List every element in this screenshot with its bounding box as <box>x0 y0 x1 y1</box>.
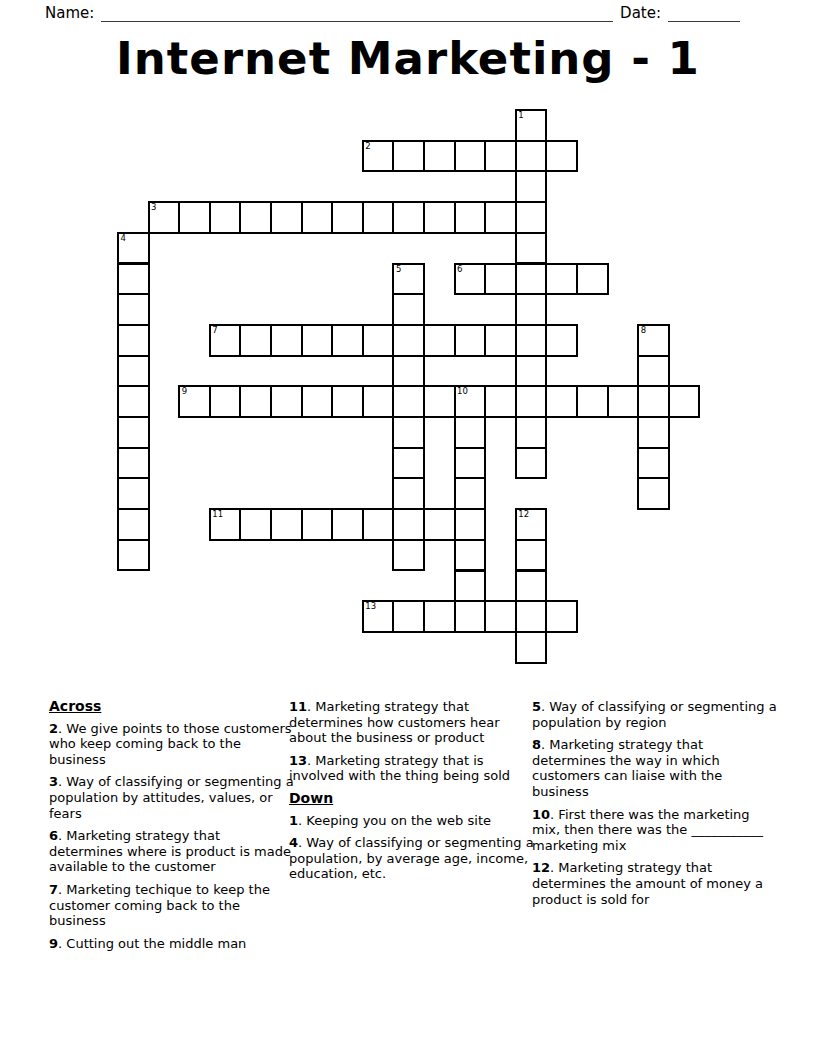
grid-cell-r9c7[interactable] <box>331 385 364 418</box>
clue-item-6: 6. Marketing strategy that determines wh… <box>49 828 295 875</box>
grid-cell-r10c13[interactable] <box>515 416 548 449</box>
clue-column: Across2. We give points to those custome… <box>49 699 295 958</box>
grid-cell-r10c11[interactable] <box>454 416 487 449</box>
grid-cell-r1c11[interactable] <box>454 140 487 173</box>
grid-cell-r3c6[interactable] <box>301 201 334 234</box>
grid-cell-r7c8[interactable] <box>362 324 395 357</box>
clue-item-11: 11. Marketing strategy that determines h… <box>289 699 535 746</box>
grid-cell-r7c4[interactable] <box>239 324 272 357</box>
grid-cell-r8c9[interactable] <box>392 355 425 388</box>
clue-item-7: 7. Marketing techique to keep the custom… <box>49 882 295 929</box>
grid-cell-r9c9[interactable] <box>392 385 425 418</box>
grid-cell-r13c3[interactable]: 11 <box>209 508 242 541</box>
grid-cell-r13c4[interactable] <box>239 508 272 541</box>
grid-cell-r6c0[interactable] <box>117 293 150 326</box>
grid-cell-r3c2[interactable] <box>178 201 211 234</box>
grid-cell-r6c9[interactable] <box>392 293 425 326</box>
clue-number-11: 11 <box>212 509 223 519</box>
grid-cell-r5c14[interactable] <box>545 263 578 296</box>
grid-cell-r16c14[interactable] <box>545 600 578 633</box>
grid-cell-r3c12[interactable] <box>484 201 517 234</box>
grid-cell-r3c4[interactable] <box>239 201 272 234</box>
grid-cell-r0c13[interactable]: 1 <box>515 109 548 142</box>
grid-cell-r12c17[interactable] <box>637 477 670 510</box>
grid-cell-r17c13[interactable] <box>515 631 548 664</box>
grid-cell-r13c6[interactable] <box>301 508 334 541</box>
grid-cell-r13c8[interactable] <box>362 508 395 541</box>
clue-number-8: 8 <box>641 325 646 335</box>
grid-cell-r16c9[interactable] <box>392 600 425 633</box>
grid-cell-r7c12[interactable] <box>484 324 517 357</box>
grid-cell-r11c13[interactable] <box>515 447 548 480</box>
grid-cell-r8c13[interactable] <box>515 355 548 388</box>
clue-column: 11. Marketing strategy that determines h… <box>289 699 535 889</box>
grid-cell-r9c3[interactable] <box>209 385 242 418</box>
grid-cell-r9c0[interactable] <box>117 385 150 418</box>
clue-number-2: 2 <box>365 141 370 151</box>
grid-cell-r15c13[interactable] <box>515 570 548 603</box>
grid-cell-r5c11[interactable]: 6 <box>454 263 487 296</box>
grid-cell-r9c2[interactable]: 9 <box>178 385 211 418</box>
grid-cell-r7c10[interactable] <box>423 324 456 357</box>
grid-cell-r12c11[interactable] <box>454 477 487 510</box>
grid-cell-r5c13[interactable] <box>515 263 548 296</box>
crossword-grid: 12345678910111213 <box>117 109 699 663</box>
clue-list-header-down: Down <box>289 791 535 807</box>
grid-cell-r16c11[interactable] <box>454 600 487 633</box>
grid-cell-r11c9[interactable] <box>392 447 425 480</box>
grid-cell-r1c8[interactable]: 2 <box>362 140 395 173</box>
grid-cell-r9c6[interactable] <box>301 385 334 418</box>
grid-cell-r13c7[interactable] <box>331 508 364 541</box>
grid-cell-r9c17[interactable] <box>637 385 670 418</box>
clue-item-3: 3. Way of classifying or segmenting a po… <box>49 774 295 821</box>
grid-cell-r14c13[interactable] <box>515 539 548 572</box>
grid-cell-r9c18[interactable] <box>668 385 701 418</box>
grid-cell-r13c0[interactable] <box>117 508 150 541</box>
grid-cell-r2c13[interactable] <box>515 170 548 203</box>
clue-item-13: 13. Marketing strategy that is involved … <box>289 753 535 784</box>
grid-cell-r13c5[interactable] <box>270 508 303 541</box>
grid-cell-r9c12[interactable] <box>484 385 517 418</box>
grid-cell-r3c13[interactable] <box>515 201 548 234</box>
grid-cell-r16c12[interactable] <box>484 600 517 633</box>
grid-cell-r6c13[interactable] <box>515 293 548 326</box>
grid-cell-r11c11[interactable] <box>454 447 487 480</box>
grid-cell-r10c0[interactable] <box>117 416 150 449</box>
clue-list-header-across: Across <box>49 699 295 715</box>
clue-column: 5. Way of classifying or segmenting a po… <box>532 699 778 914</box>
grid-cell-r1c9[interactable] <box>392 140 425 173</box>
grid-cell-r5c12[interactable] <box>484 263 517 296</box>
grid-cell-r7c0[interactable] <box>117 324 150 357</box>
clue-number-7: 7 <box>212 325 217 335</box>
grid-cell-r13c9[interactable] <box>392 508 425 541</box>
grid-cell-r9c5[interactable] <box>270 385 303 418</box>
grid-cell-r7c7[interactable] <box>331 324 364 357</box>
clue-number-13: 13 <box>365 601 376 611</box>
clue-item-1: 1. Keeping you on the web site <box>289 813 535 829</box>
clue-item-8: 8. Marketing strategy that determines th… <box>532 737 778 799</box>
grid-cell-r3c7[interactable] <box>331 201 364 234</box>
name-label: Name: <box>45 4 94 22</box>
grid-cell-r16c10[interactable] <box>423 600 456 633</box>
grid-cell-r3c9[interactable] <box>392 201 425 234</box>
grid-cell-r1c10[interactable] <box>423 140 456 173</box>
grid-cell-r11c17[interactable] <box>637 447 670 480</box>
grid-cell-r9c16[interactable] <box>607 385 640 418</box>
grid-cell-r13c10[interactable] <box>423 508 456 541</box>
date-label: Date: <box>620 4 661 22</box>
grid-cell-r1c13[interactable] <box>515 140 548 173</box>
header-row: Name: Date: <box>45 4 740 22</box>
grid-cell-r14c11[interactable] <box>454 539 487 572</box>
clue-number-9: 9 <box>182 386 187 396</box>
grid-cell-r13c11[interactable] <box>454 508 487 541</box>
grid-cell-r3c5[interactable] <box>270 201 303 234</box>
grid-cell-r8c0[interactable] <box>117 355 150 388</box>
grid-cell-r13c13[interactable]: 12 <box>515 508 548 541</box>
grid-cell-r7c3[interactable]: 7 <box>209 324 242 357</box>
grid-cell-r10c9[interactable] <box>392 416 425 449</box>
grid-cell-r9c14[interactable] <box>545 385 578 418</box>
grid-cell-r7c9[interactable] <box>392 324 425 357</box>
clue-item-10: 10. First there was the marketing mix, t… <box>532 807 778 854</box>
clue-item-12: 12. Marketing strategy that determines t… <box>532 860 778 907</box>
grid-cell-r16c8[interactable]: 13 <box>362 600 395 633</box>
clue-number-4: 4 <box>121 233 126 243</box>
clue-number-12: 12 <box>518 509 529 519</box>
grid-cell-r8c17[interactable] <box>637 355 670 388</box>
grid-cell-r3c1[interactable]: 3 <box>148 201 181 234</box>
clue-item-2: 2. We give points to those customers who… <box>49 721 295 768</box>
name-blank-line <box>101 5 613 22</box>
grid-cell-r11c0[interactable] <box>117 447 150 480</box>
clue-number-1: 1 <box>518 110 523 120</box>
worksheet-page: Name: Date: Internet Marketing - 1 12345… <box>0 0 816 1056</box>
grid-cell-r9c11[interactable]: 10 <box>454 385 487 418</box>
grid-cell-r7c5[interactable] <box>270 324 303 357</box>
clue-number-10: 10 <box>457 386 468 396</box>
grid-cell-r7c14[interactable] <box>545 324 578 357</box>
grid-cell-r14c9[interactable] <box>392 539 425 572</box>
clue-item-9: 9. Cutting out the middle man <box>49 936 295 952</box>
grid-cell-r12c9[interactable] <box>392 477 425 510</box>
grid-cell-r4c13[interactable] <box>515 232 548 265</box>
grid-cell-r9c10[interactable] <box>423 385 456 418</box>
clue-item-5: 5. Way of classifying or segmenting a po… <box>532 699 778 730</box>
grid-cell-r3c11[interactable] <box>454 201 487 234</box>
grid-cell-r5c9[interactable]: 5 <box>392 263 425 296</box>
clue-number-5: 5 <box>396 264 401 274</box>
grid-cell-r9c8[interactable] <box>362 385 395 418</box>
grid-cell-r9c13[interactable] <box>515 385 548 418</box>
grid-cell-r7c11[interactable] <box>454 324 487 357</box>
grid-cell-r3c10[interactable] <box>423 201 456 234</box>
grid-cell-r16c13[interactable] <box>515 600 548 633</box>
grid-cell-r7c17[interactable]: 8 <box>637 324 670 357</box>
grid-cell-r7c13[interactable] <box>515 324 548 357</box>
page-title: Internet Marketing - 1 <box>0 32 816 85</box>
clue-item-4: 4. Way of classifying or segmenting a po… <box>289 835 535 882</box>
clue-number-3: 3 <box>151 202 156 212</box>
grid-cell-r1c12[interactable] <box>484 140 517 173</box>
grid-cell-r15c11[interactable] <box>454 570 487 603</box>
grid-cell-r3c3[interactable] <box>209 201 242 234</box>
clue-number-6: 6 <box>457 264 462 274</box>
date-blank-line <box>668 5 740 22</box>
grid-cell-r5c15[interactable] <box>576 263 609 296</box>
grid-cell-r12c0[interactable] <box>117 477 150 510</box>
grid-cell-r9c4[interactable] <box>239 385 272 418</box>
grid-cell-r10c17[interactable] <box>637 416 670 449</box>
grid-cell-r3c8[interactable] <box>362 201 395 234</box>
grid-cell-r7c6[interactable] <box>301 324 334 357</box>
grid-cell-r14c0[interactable] <box>117 539 150 572</box>
grid-cell-r4c0[interactable]: 4 <box>117 232 150 265</box>
grid-cell-r1c14[interactable] <box>545 140 578 173</box>
grid-cell-r5c0[interactable] <box>117 263 150 296</box>
grid-cell-r9c15[interactable] <box>576 385 609 418</box>
